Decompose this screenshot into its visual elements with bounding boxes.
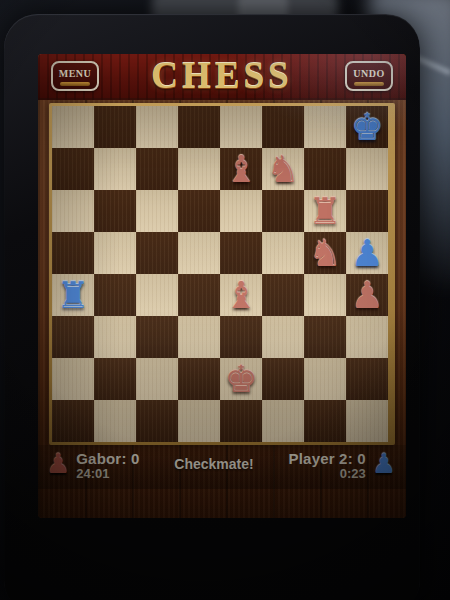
player2-info: Player 2: 0 0:23 ♟ bbox=[289, 447, 396, 482]
square-c3[interactable] bbox=[136, 316, 178, 358]
tablet-device: MENU CHESS UNDO ♚♝♞♜♞♟♜♝♟♚ ♟ Gabor: 0 24… bbox=[4, 14, 420, 600]
undo-button[interactable]: UNDO bbox=[345, 61, 393, 91]
menu-button-label: MENU bbox=[59, 68, 92, 79]
square-a2[interactable] bbox=[52, 358, 94, 400]
chess-app-screen: MENU CHESS UNDO ♚♝♞♜♞♟♜♝♟♚ ♟ Gabor: 0 24… bbox=[38, 54, 406, 518]
square-e5[interactable] bbox=[220, 232, 262, 274]
blue-rook[interactable]: ♜ bbox=[52, 274, 94, 316]
square-a7[interactable] bbox=[52, 148, 94, 190]
square-h5[interactable]: ♟ bbox=[346, 232, 388, 274]
square-h4[interactable]: ♟ bbox=[346, 274, 388, 316]
square-g8[interactable] bbox=[304, 106, 346, 148]
square-d8[interactable] bbox=[178, 106, 220, 148]
red-pawn-icon: ♟ bbox=[46, 447, 70, 481]
player1-info: ♟ Gabor: 0 24:01 bbox=[46, 447, 140, 482]
square-b5[interactable] bbox=[94, 232, 136, 274]
square-d5[interactable] bbox=[178, 232, 220, 274]
red-pawn[interactable]: ♟ bbox=[346, 274, 388, 316]
square-g5[interactable]: ♞ bbox=[304, 232, 346, 274]
square-a3[interactable] bbox=[52, 316, 94, 358]
square-a1[interactable] bbox=[52, 400, 94, 442]
photo-scene: MENU CHESS UNDO ♚♝♞♜♞♟♜♝♟♚ ♟ Gabor: 0 24… bbox=[0, 0, 450, 600]
square-e2[interactable]: ♚ bbox=[220, 358, 262, 400]
square-a8[interactable] bbox=[52, 106, 94, 148]
square-e3[interactable] bbox=[220, 316, 262, 358]
player2-name-score: Player 2: 0 bbox=[289, 450, 366, 467]
square-d7[interactable] bbox=[178, 148, 220, 190]
blue-pawn-icon: ♟ bbox=[372, 447, 396, 481]
square-d1[interactable] bbox=[178, 400, 220, 442]
square-c7[interactable] bbox=[136, 148, 178, 190]
app-header: MENU CHESS UNDO bbox=[38, 54, 406, 100]
square-c6[interactable] bbox=[136, 190, 178, 232]
square-f4[interactable] bbox=[262, 274, 304, 316]
player1-clock: 24:01 bbox=[76, 467, 139, 482]
board-frame: ♚♝♞♜♞♟♜♝♟♚ bbox=[49, 103, 395, 445]
square-d4[interactable] bbox=[178, 274, 220, 316]
square-b1[interactable] bbox=[94, 400, 136, 442]
square-h6[interactable] bbox=[346, 190, 388, 232]
player2-clock: 0:23 bbox=[340, 467, 366, 482]
square-g1[interactable] bbox=[304, 400, 346, 442]
square-g6[interactable]: ♜ bbox=[304, 190, 346, 232]
red-knight[interactable]: ♞ bbox=[304, 232, 346, 274]
blue-pawn[interactable]: ♟ bbox=[346, 232, 388, 274]
undo-button-label: UNDO bbox=[353, 68, 384, 79]
square-h7[interactable] bbox=[346, 148, 388, 190]
square-g7[interactable] bbox=[304, 148, 346, 190]
square-c2[interactable] bbox=[136, 358, 178, 400]
square-e1[interactable] bbox=[220, 400, 262, 442]
game-status-message: Checkmate! bbox=[140, 447, 289, 472]
status-bar: ♟ Gabor: 0 24:01 Checkmate! Player 2: 0 … bbox=[38, 445, 406, 489]
red-knight[interactable]: ♞ bbox=[262, 148, 304, 190]
square-a4[interactable]: ♜ bbox=[52, 274, 94, 316]
square-e4[interactable]: ♝ bbox=[220, 274, 262, 316]
square-g3[interactable] bbox=[304, 316, 346, 358]
square-c5[interactable] bbox=[136, 232, 178, 274]
square-b2[interactable] bbox=[94, 358, 136, 400]
square-f3[interactable] bbox=[262, 316, 304, 358]
square-a6[interactable] bbox=[52, 190, 94, 232]
square-h8[interactable]: ♚ bbox=[346, 106, 388, 148]
square-b4[interactable] bbox=[94, 274, 136, 316]
square-b6[interactable] bbox=[94, 190, 136, 232]
square-a5[interactable] bbox=[52, 232, 94, 274]
square-e6[interactable] bbox=[220, 190, 262, 232]
square-f1[interactable] bbox=[262, 400, 304, 442]
red-bishop[interactable]: ♝ bbox=[220, 274, 262, 316]
square-f7[interactable]: ♞ bbox=[262, 148, 304, 190]
square-f2[interactable] bbox=[262, 358, 304, 400]
square-b8[interactable] bbox=[94, 106, 136, 148]
square-f8[interactable] bbox=[262, 106, 304, 148]
square-b3[interactable] bbox=[94, 316, 136, 358]
square-d2[interactable] bbox=[178, 358, 220, 400]
square-h2[interactable] bbox=[346, 358, 388, 400]
chess-board: ♚♝♞♜♞♟♜♝♟♚ bbox=[52, 106, 388, 442]
square-g2[interactable] bbox=[304, 358, 346, 400]
square-g4[interactable] bbox=[304, 274, 346, 316]
square-e7[interactable]: ♝ bbox=[220, 148, 262, 190]
square-e8[interactable] bbox=[220, 106, 262, 148]
square-d3[interactable] bbox=[178, 316, 220, 358]
square-h3[interactable] bbox=[346, 316, 388, 358]
square-c8[interactable] bbox=[136, 106, 178, 148]
red-bishop[interactable]: ♝ bbox=[220, 148, 262, 190]
menu-button[interactable]: MENU bbox=[51, 61, 99, 91]
square-b7[interactable] bbox=[94, 148, 136, 190]
square-h1[interactable] bbox=[346, 400, 388, 442]
red-king[interactable]: ♚ bbox=[220, 358, 262, 400]
player1-name-score: Gabor: 0 bbox=[76, 450, 139, 467]
square-c1[interactable] bbox=[136, 400, 178, 442]
square-f6[interactable] bbox=[262, 190, 304, 232]
red-rook[interactable]: ♜ bbox=[304, 190, 346, 232]
square-c4[interactable] bbox=[136, 274, 178, 316]
square-d6[interactable] bbox=[178, 190, 220, 232]
square-f5[interactable] bbox=[262, 232, 304, 274]
blue-king[interactable]: ♚ bbox=[346, 106, 388, 148]
